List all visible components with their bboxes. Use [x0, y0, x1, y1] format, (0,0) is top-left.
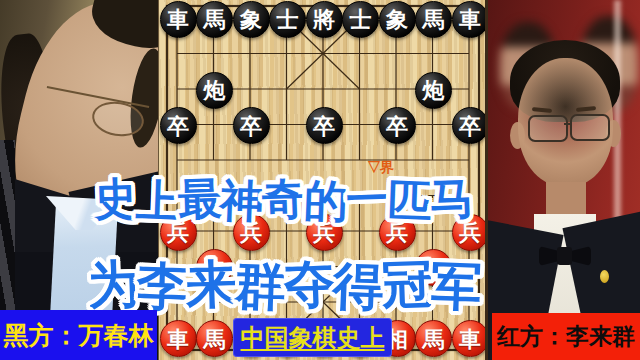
black-player-banner: 黑方：万春林 [0, 310, 157, 360]
piece-red-馬: 馬 [415, 320, 452, 357]
piece-black-象: 象 [379, 1, 416, 38]
black-player-banner-text: 黑方：万春林 [4, 319, 154, 352]
background-object [0, 140, 15, 325]
piece-glyph: 馬 [204, 8, 226, 30]
piece-glyph: 象 [240, 8, 262, 30]
piece-red-馬: 馬 [196, 320, 233, 357]
piece-black-卒: 卒 [160, 107, 197, 144]
piece-glyph: 卒 [167, 115, 189, 137]
piece-glyph: 車 [167, 8, 189, 30]
piece-glyph: 馬 [423, 8, 445, 30]
piece-black-士: 士 [342, 1, 379, 38]
piece-glyph: 馬 [423, 328, 445, 350]
piece-black-炮: 炮 [415, 72, 452, 109]
piece-black-馬: 馬 [415, 1, 452, 38]
river-marker: ▽界 [367, 159, 393, 177]
piece-black-卒: 卒 [452, 107, 489, 144]
piece-glyph: 士 [350, 8, 372, 30]
piece-glyph: 士 [277, 8, 299, 30]
piece-glyph: 將 [313, 8, 335, 30]
piece-glyph: 象 [386, 8, 408, 30]
piece-black-象: 象 [233, 1, 270, 38]
right-player-lapel-badge [600, 270, 609, 283]
piece-red-車: 車 [160, 320, 197, 357]
piece-glyph: 卒 [386, 115, 408, 137]
piece-red-車: 車 [452, 320, 489, 357]
red-player-banner-text: 红方：李来群 [497, 321, 635, 352]
red-player-banner: 红方：李来群 [492, 313, 640, 360]
right-player-bow-tie-knot [557, 247, 572, 265]
caption-box: 中国象棋史上 [233, 318, 392, 357]
piece-glyph: 車 [459, 328, 481, 350]
piece-black-車: 車 [160, 1, 197, 38]
piece-glyph: 卒 [459, 115, 481, 137]
right-player-glasses-bridge [564, 123, 572, 125]
piece-glyph: 馬 [204, 328, 226, 350]
piece-glyph: 車 [459, 8, 481, 30]
piece-glyph: 卒 [240, 115, 262, 137]
piece-glyph: 卒 [313, 115, 335, 137]
piece-black-將: 將 [306, 1, 343, 38]
piece-black-卒: 卒 [379, 107, 416, 144]
piece-black-炮: 炮 [196, 72, 233, 109]
piece-black-卒: 卒 [306, 107, 343, 144]
title-line-1: 史上最神奇的一匹马 [94, 170, 472, 229]
right-player-glasses-lens [528, 115, 568, 142]
caption-text: 中国象棋史上 [241, 322, 385, 354]
right-player-photo [488, 0, 640, 360]
piece-black-馬: 馬 [196, 1, 233, 38]
background-highlight [614, 0, 621, 230]
piece-glyph: 炮 [204, 79, 226, 101]
piece-black-卒: 卒 [233, 107, 270, 144]
piece-glyph: 炮 [423, 79, 445, 101]
piece-glyph: 車 [167, 328, 189, 350]
piece-black-車: 車 [452, 1, 489, 38]
right-player-glasses-lens [570, 114, 610, 141]
video-thumbnail: ▽界 車馬象士將士象馬車炮炮卒卒卒卒卒兵兵兵兵兵炮炮車馬相仕帥仕相馬車 史上最神… [0, 0, 640, 360]
piece-black-士: 士 [269, 1, 306, 38]
